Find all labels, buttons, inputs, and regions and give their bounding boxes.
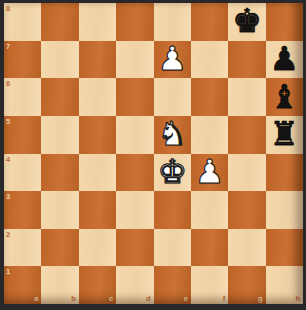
square-a5[interactable]: 5	[4, 116, 41, 154]
square-h7[interactable]: ♟	[266, 41, 303, 79]
square-c3[interactable]	[79, 191, 116, 229]
file-label-g: g	[258, 295, 263, 303]
white-pawn[interactable]: ♟	[154, 41, 191, 79]
square-d4[interactable]	[116, 154, 153, 192]
square-c7[interactable]	[79, 41, 116, 79]
square-g3[interactable]	[228, 191, 265, 229]
square-b7[interactable]	[41, 41, 78, 79]
file-label-f: f	[223, 295, 226, 303]
square-e1[interactable]: e	[154, 266, 191, 304]
square-d5[interactable]	[116, 116, 153, 154]
file-label-h: h	[295, 295, 300, 303]
square-h4[interactable]	[266, 154, 303, 192]
square-e3[interactable]	[154, 191, 191, 229]
square-h5[interactable]: ♜	[266, 116, 303, 154]
square-e5[interactable]: ♞	[154, 116, 191, 154]
rank-label-6: 6	[6, 80, 10, 88]
square-a1[interactable]: 1a	[4, 266, 41, 304]
square-d8[interactable]	[116, 3, 153, 41]
square-g5[interactable]	[228, 116, 265, 154]
square-c2[interactable]	[79, 229, 116, 267]
file-label-e: e	[184, 295, 188, 303]
square-a4[interactable]: 4	[4, 154, 41, 192]
square-d1[interactable]: d	[116, 266, 153, 304]
file-label-a: a	[34, 295, 38, 303]
square-f4[interactable]: ♟	[191, 154, 228, 192]
rank-label-2: 2	[6, 231, 10, 239]
square-f3[interactable]	[191, 191, 228, 229]
square-e6[interactable]	[154, 78, 191, 116]
square-c4[interactable]	[79, 154, 116, 192]
chess-board: 8♚7♟♟6♝5♞♜4♚♟321abcdefgh	[4, 3, 303, 304]
square-g4[interactable]	[228, 154, 265, 192]
black-king[interactable]: ♚	[228, 3, 265, 41]
square-e4[interactable]: ♚	[154, 154, 191, 192]
square-h2[interactable]	[266, 229, 303, 267]
square-a2[interactable]: 2	[4, 229, 41, 267]
square-b6[interactable]	[41, 78, 78, 116]
square-h3[interactable]	[266, 191, 303, 229]
square-f1[interactable]: f	[191, 266, 228, 304]
file-label-c: c	[109, 295, 113, 303]
rank-label-7: 7	[6, 43, 10, 51]
rank-label-3: 3	[6, 193, 10, 201]
square-f5[interactable]	[191, 116, 228, 154]
square-g8[interactable]: ♚	[228, 3, 265, 41]
square-g6[interactable]	[228, 78, 265, 116]
square-d7[interactable]	[116, 41, 153, 79]
square-f7[interactable]	[191, 41, 228, 79]
white-king[interactable]: ♚	[154, 154, 191, 192]
square-b3[interactable]	[41, 191, 78, 229]
rank-label-5: 5	[6, 118, 10, 126]
square-b4[interactable]	[41, 154, 78, 192]
square-c5[interactable]	[79, 116, 116, 154]
rank-label-4: 4	[6, 156, 10, 164]
square-g2[interactable]	[228, 229, 265, 267]
square-f8[interactable]	[191, 3, 228, 41]
square-b8[interactable]	[41, 3, 78, 41]
rank-label-1: 1	[6, 268, 10, 276]
square-g7[interactable]	[228, 41, 265, 79]
square-c1[interactable]: c	[79, 266, 116, 304]
square-a6[interactable]: 6	[4, 78, 41, 116]
file-label-b: b	[71, 295, 76, 303]
square-g1[interactable]: g	[228, 266, 265, 304]
square-d2[interactable]	[116, 229, 153, 267]
file-label-d: d	[146, 295, 151, 303]
square-h6[interactable]: ♝	[266, 78, 303, 116]
white-pawn[interactable]: ♟	[191, 154, 228, 192]
square-a8[interactable]: 8	[4, 3, 41, 41]
square-b1[interactable]: b	[41, 266, 78, 304]
square-d6[interactable]	[116, 78, 153, 116]
rank-label-8: 8	[6, 5, 10, 13]
square-e2[interactable]	[154, 229, 191, 267]
black-bishop[interactable]: ♝	[266, 78, 303, 116]
square-b5[interactable]	[41, 116, 78, 154]
square-f6[interactable]	[191, 78, 228, 116]
square-c8[interactable]	[79, 3, 116, 41]
square-c6[interactable]	[79, 78, 116, 116]
square-e7[interactable]: ♟	[154, 41, 191, 79]
square-f2[interactable]	[191, 229, 228, 267]
square-h1[interactable]: h	[266, 266, 303, 304]
black-rook[interactable]: ♜	[266, 116, 303, 154]
black-pawn[interactable]: ♟	[266, 41, 303, 79]
square-a3[interactable]: 3	[4, 191, 41, 229]
white-knight[interactable]: ♞	[154, 116, 191, 154]
square-d3[interactable]	[116, 191, 153, 229]
square-h8[interactable]	[266, 3, 303, 41]
square-b2[interactable]	[41, 229, 78, 267]
square-e8[interactable]	[154, 3, 191, 41]
square-a7[interactable]: 7	[4, 41, 41, 79]
